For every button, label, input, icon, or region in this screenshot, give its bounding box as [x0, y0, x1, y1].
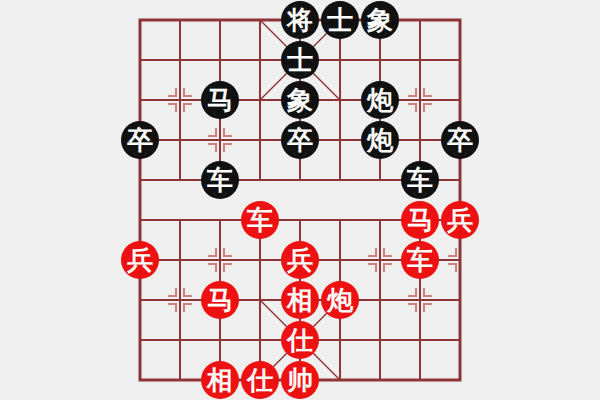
piece-black-horse[interactable]: 马 — [201, 81, 239, 119]
piece-black-general[interactable]: 将 — [281, 1, 319, 39]
piece-red-advisor[interactable]: 仕 — [281, 321, 319, 359]
piece-red-general[interactable]: 帅 — [281, 361, 319, 399]
piece-black-chariot[interactable]: 车 — [401, 161, 439, 199]
piece-red-horse[interactable]: 马 — [401, 201, 439, 239]
piece-black-soldier[interactable]: 卒 — [281, 121, 319, 159]
piece-black-advisor[interactable]: 士 — [321, 1, 359, 39]
piece-black-chariot[interactable]: 车 — [201, 161, 239, 199]
xiangqi-app: 将士象士马象炮卒卒炮卒车车车马兵兵兵车马相炮仕相仕帅 — [0, 0, 600, 400]
piece-red-advisor[interactable]: 仕 — [241, 361, 279, 399]
piece-black-soldier[interactable]: 卒 — [121, 121, 159, 159]
piece-red-soldier[interactable]: 兵 — [281, 241, 319, 279]
piece-red-cannon[interactable]: 炮 — [321, 281, 359, 319]
pieces-layer: 将士象士马象炮卒卒炮卒车车车马兵兵兵车马相炮仕相仕帅 — [0, 0, 600, 400]
piece-red-soldier[interactable]: 兵 — [441, 201, 479, 239]
piece-red-soldier[interactable]: 兵 — [121, 241, 159, 279]
piece-red-elephant[interactable]: 相 — [201, 361, 239, 399]
piece-black-elephant[interactable]: 象 — [281, 81, 319, 119]
piece-red-elephant[interactable]: 相 — [281, 281, 319, 319]
piece-black-soldier[interactable]: 卒 — [441, 121, 479, 159]
piece-red-chariot[interactable]: 车 — [241, 201, 279, 239]
piece-black-advisor[interactable]: 士 — [281, 41, 319, 79]
piece-black-cannon[interactable]: 炮 — [361, 81, 399, 119]
piece-red-horse[interactable]: 马 — [201, 281, 239, 319]
piece-red-chariot[interactable]: 车 — [401, 241, 439, 279]
piece-black-elephant[interactable]: 象 — [361, 1, 399, 39]
piece-black-cannon[interactable]: 炮 — [361, 121, 399, 159]
